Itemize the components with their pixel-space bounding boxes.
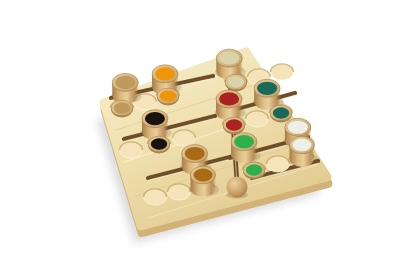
disc-cream[interactable] bbox=[225, 74, 247, 91]
disc-black[interactable] bbox=[148, 136, 170, 153]
disc-green[interactable] bbox=[243, 162, 265, 179]
recess-L2c1 bbox=[120, 142, 143, 158]
product-photo bbox=[0, 0, 416, 277]
recess-R1c3 bbox=[271, 64, 294, 80]
disc-wood[interactable] bbox=[111, 100, 133, 117]
disc-teal[interactable] bbox=[270, 105, 292, 122]
recess-L3c1 bbox=[144, 189, 167, 205]
recess-R2c2 bbox=[246, 111, 269, 127]
recess-L3c2 bbox=[168, 184, 191, 200]
recess-R3c2 bbox=[267, 156, 290, 172]
board-scene bbox=[0, 0, 416, 277]
slider-wood[interactable] bbox=[111, 73, 142, 104]
disc-red[interactable] bbox=[223, 117, 245, 134]
disc-orange[interactable] bbox=[157, 88, 179, 105]
recess-L2c3 bbox=[173, 130, 196, 146]
